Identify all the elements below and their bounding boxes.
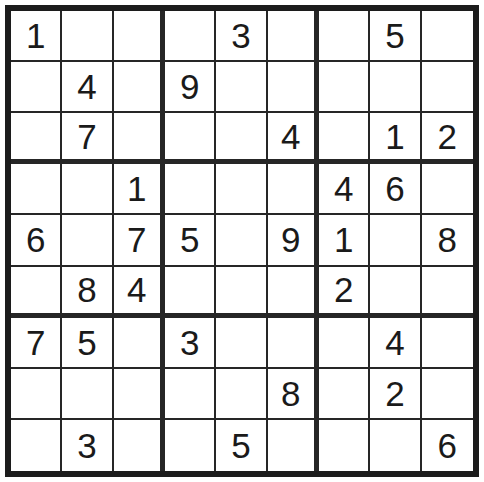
cell-r5c1-given-6[interactable]: 6 <box>11 215 62 266</box>
cell-r8c8-given-2[interactable]: 2 <box>370 369 421 420</box>
cell-r8c2-empty[interactable] <box>62 369 113 420</box>
cell-r2c9-empty[interactable] <box>422 62 473 113</box>
cell-r1c5-given-3[interactable]: 3 <box>216 11 267 62</box>
cell-r9c8-empty[interactable] <box>370 420 421 471</box>
cell-r1c2-empty[interactable] <box>62 11 113 62</box>
cell-r7c8-given-4[interactable]: 4 <box>370 318 421 369</box>
cell-r5c2-empty[interactable] <box>62 215 113 266</box>
cell-r6c2-given-8[interactable]: 8 <box>62 267 113 318</box>
cell-r6c6-empty[interactable] <box>268 267 319 318</box>
cell-r9c2-given-3[interactable]: 3 <box>62 420 113 471</box>
cell-r4c9-empty[interactable] <box>422 164 473 215</box>
cell-r4c3-given-1[interactable]: 1 <box>114 164 165 215</box>
cell-r1c3-empty[interactable] <box>114 11 165 62</box>
cell-r6c9-empty[interactable] <box>422 267 473 318</box>
cell-r1c6-empty[interactable] <box>268 11 319 62</box>
cell-r6c1-empty[interactable] <box>11 267 62 318</box>
cell-r9c3-empty[interactable] <box>114 420 165 471</box>
cell-r5c8-empty[interactable] <box>370 215 421 266</box>
cell-r3c2-given-7[interactable]: 7 <box>62 113 113 164</box>
cell-r8c7-empty[interactable] <box>319 369 370 420</box>
cell-r5c4-given-5[interactable]: 5 <box>165 215 216 266</box>
cell-r2c3-empty[interactable] <box>114 62 165 113</box>
cell-r5c5-empty[interactable] <box>216 215 267 266</box>
cell-r1c4-empty[interactable] <box>165 11 216 62</box>
cell-r7c9-empty[interactable] <box>422 318 473 369</box>
cell-r6c4-empty[interactable] <box>165 267 216 318</box>
cell-r5c7-given-1[interactable]: 1 <box>319 215 370 266</box>
cell-r4c2-empty[interactable] <box>62 164 113 215</box>
cell-r8c9-empty[interactable] <box>422 369 473 420</box>
cell-r2c5-empty[interactable] <box>216 62 267 113</box>
cell-r6c7-given-2[interactable]: 2 <box>319 267 370 318</box>
cell-r3c8-given-1[interactable]: 1 <box>370 113 421 164</box>
cell-r5c9-given-8[interactable]: 8 <box>422 215 473 266</box>
cell-r8c6-given-8[interactable]: 8 <box>268 369 319 420</box>
cell-r7c6-empty[interactable] <box>268 318 319 369</box>
cell-r3c9-given-2[interactable]: 2 <box>422 113 473 164</box>
cell-r4c7-given-4[interactable]: 4 <box>319 164 370 215</box>
cell-r2c4-given-9[interactable]: 9 <box>165 62 216 113</box>
cell-r7c1-given-7[interactable]: 7 <box>11 318 62 369</box>
cell-r8c5-empty[interactable] <box>216 369 267 420</box>
cell-r7c2-given-5[interactable]: 5 <box>62 318 113 369</box>
cell-r9c9-given-6[interactable]: 6 <box>422 420 473 471</box>
cell-r7c5-empty[interactable] <box>216 318 267 369</box>
cell-r8c3-empty[interactable] <box>114 369 165 420</box>
sudoku-board: 135497412146675918842753482356 <box>5 5 479 477</box>
cell-r2c2-given-4[interactable]: 4 <box>62 62 113 113</box>
cell-r2c8-empty[interactable] <box>370 62 421 113</box>
cell-r1c9-empty[interactable] <box>422 11 473 62</box>
cell-r5c6-given-9[interactable]: 9 <box>268 215 319 266</box>
cell-r8c4-empty[interactable] <box>165 369 216 420</box>
cell-r7c3-empty[interactable] <box>114 318 165 369</box>
cell-r3c3-empty[interactable] <box>114 113 165 164</box>
cell-r2c6-empty[interactable] <box>268 62 319 113</box>
cell-r2c1-empty[interactable] <box>11 62 62 113</box>
cell-r9c7-empty[interactable] <box>319 420 370 471</box>
cell-r6c8-empty[interactable] <box>370 267 421 318</box>
cell-r3c4-empty[interactable] <box>165 113 216 164</box>
cell-r4c8-given-6[interactable]: 6 <box>370 164 421 215</box>
cell-r3c1-empty[interactable] <box>11 113 62 164</box>
cell-r9c4-empty[interactable] <box>165 420 216 471</box>
cell-r7c4-given-3[interactable]: 3 <box>165 318 216 369</box>
cell-r1c8-given-5[interactable]: 5 <box>370 11 421 62</box>
cell-r6c3-given-4[interactable]: 4 <box>114 267 165 318</box>
cell-r5c3-given-7[interactable]: 7 <box>114 215 165 266</box>
cell-r3c5-empty[interactable] <box>216 113 267 164</box>
cell-r2c7-empty[interactable] <box>319 62 370 113</box>
cell-r7c7-empty[interactable] <box>319 318 370 369</box>
cell-r4c6-empty[interactable] <box>268 164 319 215</box>
cell-r9c1-empty[interactable] <box>11 420 62 471</box>
cell-r1c7-empty[interactable] <box>319 11 370 62</box>
cell-r4c5-empty[interactable] <box>216 164 267 215</box>
sudoku-frame: 135497412146675918842753482356 <box>0 0 484 482</box>
cell-r3c6-given-4[interactable]: 4 <box>268 113 319 164</box>
cell-r1c1-given-1[interactable]: 1 <box>11 11 62 62</box>
cell-r4c1-empty[interactable] <box>11 164 62 215</box>
cell-r9c6-empty[interactable] <box>268 420 319 471</box>
cell-r3c7-empty[interactable] <box>319 113 370 164</box>
cell-r4c4-empty[interactable] <box>165 164 216 215</box>
cell-r8c1-empty[interactable] <box>11 369 62 420</box>
cell-r9c5-given-5[interactable]: 5 <box>216 420 267 471</box>
cell-r6c5-empty[interactable] <box>216 267 267 318</box>
